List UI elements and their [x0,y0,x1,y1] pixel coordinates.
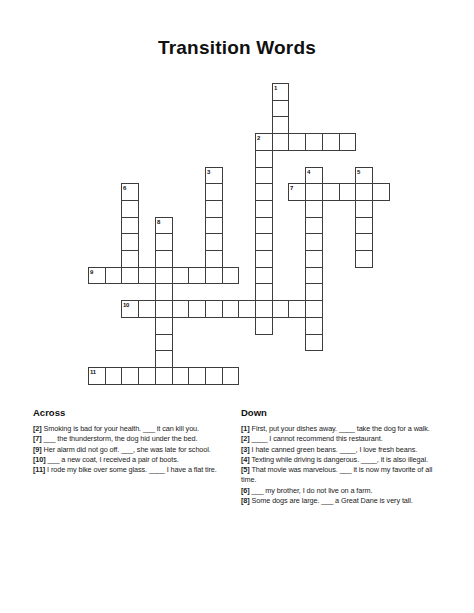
grid-cell[interactable] [188,267,206,284]
grid-cell[interactable] [255,183,273,201]
grid-cell[interactable] [355,250,373,268]
grid-cell[interactable] [172,367,189,385]
grid-cell[interactable] [138,300,156,318]
clue-text: ____ I cannot recommend this restaurant. [250,434,383,443]
grid-cell[interactable] [305,334,323,351]
grid-cell[interactable] [255,233,273,251]
grid-cell[interactable] [255,283,273,301]
grid-cell[interactable] [238,300,256,318]
cell-number: 3 [207,169,210,175]
grid-cell[interactable] [121,233,139,251]
grid-cell[interactable] [255,267,273,284]
grid-cell[interactable] [155,334,173,351]
cell-number: 8 [157,219,160,225]
clue-text: That movie was marvelous. ___ it is now … [241,465,432,484]
grid-cell[interactable] [305,233,323,251]
grid-cell[interactable] [121,250,139,268]
down-clues-section: Down [1] First, put your dishes away. __… [241,407,447,506]
clue-item: [5] That movie was marvelous. ___ it is … [241,465,447,486]
clue-text: ___ a new coat, I received a pair of boo… [46,455,179,464]
grid-cell[interactable] [205,200,223,218]
grid-cell[interactable] [222,267,239,284]
grid-cell[interactable] [172,267,189,284]
clue-number: [1] [241,424,250,433]
grid-cell[interactable] [205,183,223,201]
grid-cell[interactable] [288,133,306,151]
grid-cell[interactable] [355,183,373,201]
grid-cell[interactable] [339,133,356,151]
grid-cell[interactable] [155,350,173,368]
clue-item: [8] Some dogs are large. ___ a Great Dan… [241,496,447,506]
clue-text: ___ the thunderstorm, the dog hid under … [42,434,198,443]
grid-cell[interactable] [272,116,289,134]
grid-cell[interactable] [138,367,156,385]
grid-cell[interactable] [305,200,323,218]
cell-number: 5 [357,169,360,175]
grid-cell[interactable] [121,217,139,234]
grid-cell[interactable] [355,233,373,251]
grid-cell[interactable] [155,367,173,385]
grid-cell[interactable]: 2 [255,133,273,151]
grid-cell[interactable] [188,367,206,385]
grid-cell[interactable] [272,300,289,318]
grid-cell[interactable] [138,267,156,284]
cell-number: 6 [123,185,126,191]
across-header: Across [33,407,242,418]
clue-number: [11] [33,465,45,474]
grid-cell[interactable] [372,183,390,201]
grid-cell[interactable] [155,233,173,251]
grid-cell[interactable] [255,150,273,168]
clue-text: I rode my bike over some glass. ____ I h… [45,465,217,474]
clue-text: ___ my brother, I do not live on a farm. [250,486,373,495]
grid-cell[interactable] [305,250,323,268]
clue-text: Some dogs are large. ___ a Great Dane is… [250,496,413,505]
down-clue-list: [1] First, put your dishes away. ____ ta… [241,424,447,506]
grid-cell[interactable] [355,217,373,234]
grid-cell[interactable] [155,317,173,335]
clue-number: [9] [33,445,42,454]
grid-cell[interactable]: 5 [355,167,373,184]
grid-cell[interactable]: 10 [121,300,139,318]
grid-cell[interactable] [255,200,273,218]
clue-text: I hate canned green beans. ____, I love … [250,445,418,454]
crossword-page: { "game": "crossword", "title": "Transit… [0,0,474,613]
grid-cell[interactable] [305,283,323,301]
clue-item: [2] Smoking is bad for your health. ___ … [33,424,242,434]
grid-cell[interactable] [222,367,239,385]
across-clues-section: Across [2] Smoking is bad for your healt… [33,407,242,475]
grid-cell[interactable] [355,200,373,218]
clue-number: [3] [241,445,250,454]
grid-cell[interactable] [255,300,273,318]
grid-cell[interactable]: 1 [272,83,289,101]
grid-cell[interactable] [205,217,223,234]
grid-cell[interactable] [205,300,223,318]
cell-number: 10 [123,302,129,308]
grid-cell[interactable] [205,367,223,385]
grid-cell[interactable] [205,233,223,251]
cell-number: 2 [257,135,260,141]
grid-cell[interactable] [272,100,289,117]
grid-cell[interactable] [339,183,356,201]
grid-cell[interactable] [205,267,223,284]
cell-number: 1 [274,85,277,91]
grid-cell[interactable] [255,217,273,234]
grid-cell[interactable] [305,267,323,284]
grid-cell[interactable] [155,300,173,318]
grid-cell[interactable] [155,267,173,284]
grid-cell[interactable] [205,250,223,268]
clue-number: [10] [33,455,46,464]
grid-cell[interactable] [255,317,273,335]
clue-number: [7] [33,434,42,443]
grid-cell[interactable]: 3 [205,167,223,184]
grid-cell[interactable]: 4 [305,167,323,184]
clue-item: [11] I rode my bike over some glass. ___… [33,465,242,475]
grid-cell[interactable] [255,167,273,184]
grid-cell[interactable] [105,267,122,284]
clue-number: [5] [241,465,250,474]
clue-item: [7] ___ the thunderstorm, the dog hid un… [33,434,242,444]
cell-number: 7 [290,185,293,191]
grid-cell[interactable] [305,133,323,151]
grid-cell[interactable] [305,317,323,335]
clue-text: First, put your dishes away. ____ take t… [250,424,430,433]
clue-item: [2] ____ I cannot recommend this restaur… [241,434,447,444]
grid-cell[interactable] [305,183,323,201]
grid-cell[interactable]: 6 [121,183,139,201]
grid-cell[interactable] [105,367,122,385]
grid-cell[interactable] [222,300,239,318]
grid-cell[interactable] [322,183,340,201]
grid-cell[interactable] [305,300,323,318]
grid-cell[interactable] [121,200,139,218]
down-header: Down [241,407,447,418]
grid-cell[interactable] [155,250,173,268]
clue-number: [6] [241,486,250,495]
clue-number: [2] [241,434,250,443]
clue-number: [4] [241,455,250,464]
clue-number: [8] [241,496,250,505]
clue-item: [6] ___ my brother, I do not live on a f… [241,486,447,496]
grid-cell[interactable]: 7 [288,183,306,201]
grid-cell[interactable] [272,133,289,151]
grid-cell[interactable]: 8 [155,217,173,234]
cell-number: 11 [90,369,96,375]
grid-cell[interactable] [155,283,173,301]
grid-cell[interactable] [255,250,273,268]
clue-item: [4] Texting while driving is dangerous. … [241,455,447,465]
across-clue-list: [2] Smoking is bad for your health. ___ … [33,424,242,475]
crossword-grid: 1234567891011 [0,0,474,400]
clue-text: Her alarm did not go off. ___, she was l… [42,445,211,454]
grid-cell[interactable]: 9 [88,267,106,284]
clue-item: [3] I hate canned green beans. ____, I l… [241,445,447,455]
grid-cell[interactable] [305,217,323,234]
clue-text: Texting while driving is dangerous. ____… [250,455,428,464]
grid-cell[interactable] [172,300,189,318]
clue-item: [10] ___ a new coat, I received a pair o… [33,455,242,465]
cell-number: 4 [307,169,310,175]
grid-cell[interactable] [288,300,306,318]
grid-cell[interactable] [121,267,139,284]
cell-number: 9 [90,269,93,275]
clue-item: [1] First, put your dishes away. ____ ta… [241,424,447,434]
grid-cell[interactable] [188,300,206,318]
grid-cell[interactable]: 11 [88,367,106,385]
grid-cell[interactable] [322,133,340,151]
clue-item: [9] Her alarm did not go off. ___, she w… [33,445,242,455]
grid-cell[interactable] [121,367,139,385]
clue-number: [2] [33,424,42,433]
clue-text: Smoking is bad for your health. ___ it c… [42,424,199,433]
